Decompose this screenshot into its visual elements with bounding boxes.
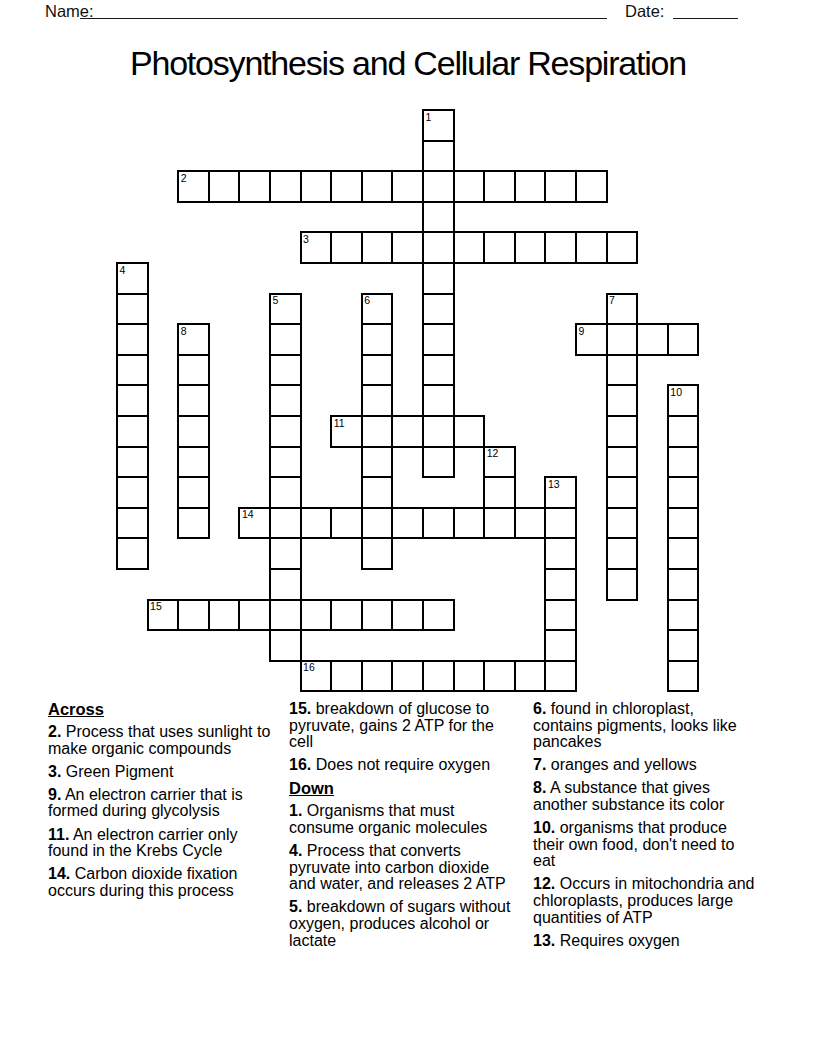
clue-text: An electron carrier that is formed durin… (48, 786, 243, 820)
cell-r16c8 (362, 600, 393, 631)
cell-r9c18 (668, 385, 699, 416)
clue-column-3: 6. found in chloroplast, contains pigmen… (533, 701, 758, 956)
clue-text: A substance that gives another substance… (533, 779, 724, 813)
cell-r2c13 (515, 171, 546, 202)
cell-r4c10 (423, 232, 454, 263)
clue-number: 14. (48, 865, 70, 882)
cell-r2c6 (301, 171, 332, 202)
cell-r13c18 (668, 508, 699, 539)
down-header: Down (289, 780, 514, 797)
clue-text: Green Pigment (61, 763, 173, 780)
clue-number: 3. (48, 763, 61, 780)
cell-r16c9 (392, 600, 423, 631)
cell-r7c16 (607, 324, 638, 355)
clue-column-1: Across2. Process that uses sunlight to m… (48, 701, 273, 906)
clue-down-10: 10. organisms that produce their own foo… (533, 820, 758, 870)
cell-r16c2 (178, 600, 209, 631)
cell-r15c5 (270, 569, 301, 600)
cell-r8c16 (607, 355, 638, 386)
cell-r15c16 (607, 569, 638, 600)
clue-text: Requires oxygen (555, 932, 680, 949)
cell-r10c0 (117, 416, 148, 447)
cell-r18c13 (515, 661, 546, 692)
clue-number: 7. (533, 756, 546, 773)
clue-down-5: 5. breakdown of sugars without oxygen, p… (289, 899, 514, 949)
cell-r6c8 (362, 294, 393, 325)
date-label: Date: (625, 2, 664, 20)
cell-r4c12 (484, 232, 515, 263)
page-title: Photosynthesis and Cellular Respiration (0, 42, 816, 84)
cell-r16c14 (545, 600, 576, 631)
cell-r11c10 (423, 447, 454, 478)
cell-r2c9 (392, 171, 423, 202)
clue-down-4: 4. Process that converts pyruvate into c… (289, 843, 514, 893)
cell-r8c8 (362, 355, 393, 386)
cell-r14c5 (270, 538, 301, 569)
clue-number: 9. (48, 786, 61, 803)
cell-r14c14 (545, 538, 576, 569)
cell-r12c2 (178, 477, 209, 508)
cell-r17c18 (668, 630, 699, 661)
cell-r0c10 (423, 110, 454, 141)
clue-down-6: 6. found in chloroplast, contains pigmen… (533, 701, 758, 751)
cell-r9c10 (423, 385, 454, 416)
cell-r16c7 (331, 600, 362, 631)
clue-number: 12. (533, 875, 555, 892)
cell-r12c12 (484, 477, 515, 508)
cell-r11c8 (362, 447, 393, 478)
clue-text: Process that converts pyruvate into carb… (289, 842, 506, 892)
cell-r14c0 (117, 538, 148, 569)
cell-r15c14 (545, 569, 576, 600)
cell-r16c3 (209, 600, 240, 631)
clue-across-16: 16. Does not require oxygen (289, 757, 514, 774)
cell-r7c10 (423, 324, 454, 355)
cell-r12c18 (668, 477, 699, 508)
cell-r16c18 (668, 600, 699, 631)
cell-r13c5 (270, 508, 301, 539)
clue-across-3: 3. Green Pigment (48, 764, 273, 781)
clue-across-2: 2. Process that uses sunlight to make or… (48, 724, 273, 757)
cell-r16c4 (239, 600, 270, 631)
cell-r12c14 (545, 477, 576, 508)
cell-r3c10 (423, 202, 454, 233)
cell-r17c14 (545, 630, 576, 661)
cell-r10c8 (362, 416, 393, 447)
clue-text: breakdown of sugars without oxygen, prod… (289, 898, 510, 948)
clue-text: Does not require oxygen (311, 756, 490, 773)
cell-r9c2 (178, 385, 209, 416)
cell-r1c10 (423, 141, 454, 172)
date-underline (673, 1, 738, 19)
clue-text: Organisms that must consume organic mole… (289, 802, 487, 836)
clue-text: breakdown of glucose to pyruvate, gains … (289, 700, 494, 750)
clue-number: 15. (289, 700, 311, 717)
cell-r13c12 (484, 508, 515, 539)
clue-down-1: 1. Organisms that must consume organic m… (289, 803, 514, 836)
clue-number: 11. (48, 826, 69, 843)
cell-r4c7 (331, 232, 362, 263)
clue-number: 6. (533, 700, 546, 717)
cell-r11c0 (117, 447, 148, 478)
cell-r14c16 (607, 538, 638, 569)
cell-r2c7 (331, 171, 362, 202)
cell-r7c5 (270, 324, 301, 355)
cell-r10c9 (392, 416, 423, 447)
clue-number: 16. (289, 756, 311, 773)
cell-r2c15 (576, 171, 607, 202)
cell-r2c4 (239, 171, 270, 202)
cell-r18c11 (454, 661, 485, 692)
cell-r4c16 (607, 232, 638, 263)
cell-r13c13 (515, 508, 546, 539)
cell-r7c18 (668, 324, 699, 355)
cell-r7c15 (576, 324, 607, 355)
cell-r2c12 (484, 171, 515, 202)
clue-down-7: 7. oranges and yellows (533, 757, 758, 774)
cell-r4c13 (515, 232, 546, 263)
clue-down-12: 12. Occurs in mitochondria and chloropla… (533, 876, 758, 926)
cell-r2c8 (362, 171, 393, 202)
cell-r4c14 (545, 232, 576, 263)
cell-r9c0 (117, 385, 148, 416)
cell-r2c14 (545, 171, 576, 202)
cell-r13c9 (392, 508, 423, 539)
cell-r13c7 (331, 508, 362, 539)
name-underline (80, 1, 607, 19)
cell-r11c5 (270, 447, 301, 478)
cell-r16c5 (270, 600, 301, 631)
cell-r9c16 (607, 385, 638, 416)
cell-r4c15 (576, 232, 607, 263)
cell-r7c17 (637, 324, 668, 355)
cell-r2c3 (209, 171, 240, 202)
cell-r18c6 (301, 661, 332, 692)
cell-r13c4 (239, 508, 270, 539)
cell-r18c7 (331, 661, 362, 692)
cell-r4c8 (362, 232, 393, 263)
cell-r10c16 (607, 416, 638, 447)
across-header: Across (48, 701, 273, 718)
cell-r10c18 (668, 416, 699, 447)
cell-r18c10 (423, 661, 454, 692)
cell-r13c6 (301, 508, 332, 539)
clue-column-2: 15. breakdown of glucose to pyruvate, ga… (289, 701, 514, 956)
clue-number: 2. (48, 723, 61, 740)
cell-r2c5 (270, 171, 301, 202)
cell-r8c5 (270, 355, 301, 386)
cell-r10c11 (454, 416, 485, 447)
cell-r17c5 (270, 630, 301, 661)
cell-r8c0 (117, 355, 148, 386)
cell-r4c9 (392, 232, 423, 263)
clue-text: oranges and yellows (546, 756, 696, 773)
cell-r12c8 (362, 477, 393, 508)
cell-r12c0 (117, 477, 148, 508)
cell-r16c6 (301, 600, 332, 631)
cell-r10c5 (270, 416, 301, 447)
cell-r2c11 (454, 171, 485, 202)
cell-r8c10 (423, 355, 454, 386)
cell-r13c2 (178, 508, 209, 539)
clue-text: Process that uses sunlight to make organ… (48, 723, 270, 757)
clue-number: 1. (289, 802, 302, 819)
cell-r12c16 (607, 477, 638, 508)
cell-r10c7 (331, 416, 362, 447)
clue-number: 10. (533, 819, 555, 836)
clue-down-13: 13. Requires oxygen (533, 933, 758, 950)
cell-r5c0 (117, 263, 148, 294)
cell-r11c2 (178, 447, 209, 478)
cell-r13c11 (454, 508, 485, 539)
cell-r2c2 (178, 171, 209, 202)
cell-r14c8 (362, 538, 393, 569)
clue-number: 5. (289, 898, 302, 915)
cell-r7c2 (178, 324, 209, 355)
cell-r9c5 (270, 385, 301, 416)
cell-r6c5 (270, 294, 301, 325)
clue-across-15: 15. breakdown of glucose to pyruvate, ga… (289, 701, 514, 751)
clue-across-9: 9. An electron carrier that is formed du… (48, 787, 273, 820)
cell-r6c16 (607, 294, 638, 325)
clue-text: Carbon dioxide fixation occurs during th… (48, 865, 237, 899)
cell-r5c10 (423, 263, 454, 294)
cell-r16c10 (423, 600, 454, 631)
cell-r4c6 (301, 232, 332, 263)
cell-r18c9 (392, 661, 423, 692)
cell-r13c10 (423, 508, 454, 539)
clue-text: found in chloroplast, contains pigments,… (533, 700, 737, 750)
cell-r13c14 (545, 508, 576, 539)
cell-r4c11 (454, 232, 485, 263)
cell-r6c10 (423, 294, 454, 325)
clue-text: organisms that produce their own food, d… (533, 819, 734, 869)
cell-r13c0 (117, 508, 148, 539)
cell-r7c0 (117, 324, 148, 355)
clue-text: Occurs in mitochondria and chloroplasts,… (533, 875, 754, 925)
clue-across-11: 11. An electron carrier only found in th… (48, 827, 273, 860)
cell-r12c5 (270, 477, 301, 508)
cell-r10c2 (178, 416, 209, 447)
clue-number: 8. (533, 779, 546, 796)
cell-r18c8 (362, 661, 393, 692)
clue-number: 13. (533, 932, 555, 949)
cell-r11c12 (484, 447, 515, 478)
cell-r18c18 (668, 661, 699, 692)
cell-r9c8 (362, 385, 393, 416)
clue-number: 4. (289, 842, 302, 859)
cell-r15c18 (668, 569, 699, 600)
clue-across-14: 14. Carbon dioxide fixation occurs durin… (48, 866, 273, 899)
clue-down-8: 8. A substance that gives another substa… (533, 780, 758, 813)
cell-r11c16 (607, 447, 638, 478)
cell-r7c8 (362, 324, 393, 355)
cell-r2c10 (423, 171, 454, 202)
cell-r16c1 (148, 600, 179, 631)
cell-r18c12 (484, 661, 515, 692)
cell-r10c10 (423, 416, 454, 447)
clue-text: An electron carrier only found in the Kr… (48, 826, 237, 860)
crossword-grid: 12345678910111213141516 (117, 110, 698, 691)
cell-r13c8 (362, 508, 393, 539)
cell-r8c2 (178, 355, 209, 386)
cell-r6c0 (117, 294, 148, 325)
cell-r11c18 (668, 447, 699, 478)
cell-r18c14 (545, 661, 576, 692)
cell-r13c16 (607, 508, 638, 539)
cell-r14c18 (668, 538, 699, 569)
